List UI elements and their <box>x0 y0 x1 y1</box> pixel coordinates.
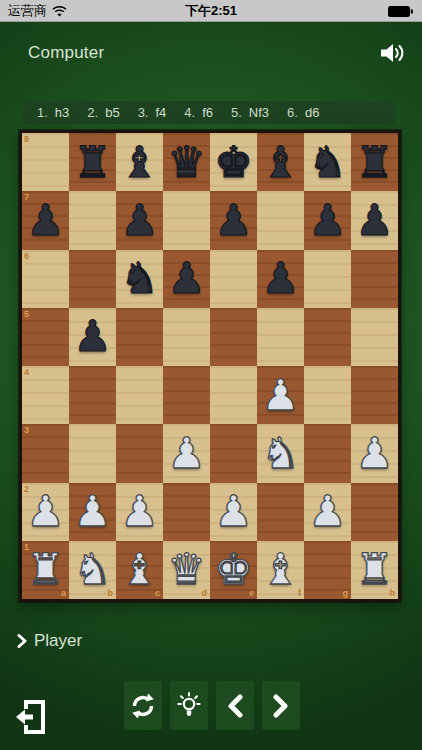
black-king-piece[interactable]: ♚ <box>210 133 257 191</box>
square-h1[interactable]: h♜ <box>351 541 398 599</box>
black-knight-piece[interactable]: ♞ <box>116 250 163 308</box>
clock: 下午2:51 <box>0 2 422 20</box>
black-rook-piece[interactable]: ♜ <box>351 133 398 191</box>
move-entry: 5.Nf3 <box>231 105 269 120</box>
square-g3[interactable] <box>304 424 351 482</box>
move-number: 5. <box>231 105 242 120</box>
player-row[interactable]: Player <box>17 630 82 652</box>
square-f7[interactable] <box>257 191 304 249</box>
lightbulb-icon <box>176 692 202 720</box>
square-a3[interactable]: 3 <box>22 424 69 482</box>
app-screen: 运营商 下午2:51 Computer <box>0 0 422 750</box>
move-number: 3. <box>138 105 149 120</box>
square-d3[interactable]: ♟ <box>163 424 210 482</box>
black-pawn-piece[interactable]: ♟ <box>351 191 398 249</box>
black-knight-piece[interactable]: ♞ <box>304 133 351 191</box>
square-c1[interactable]: c♝ <box>116 541 163 599</box>
chevron-right-icon <box>272 694 290 718</box>
square-b1[interactable]: b♞ <box>69 541 116 599</box>
move-entry: 4.f6 <box>184 105 213 120</box>
square-e2[interactable]: ♟ <box>210 483 257 541</box>
square-d5[interactable] <box>163 308 210 366</box>
rank-label: 3 <box>24 425 29 435</box>
square-e8[interactable]: ♚ <box>210 133 257 191</box>
move-number: 4. <box>184 105 195 120</box>
white-rook-piece[interactable]: ♜ <box>22 541 69 599</box>
black-pawn-piece[interactable]: ♟ <box>304 191 351 249</box>
square-e5[interactable] <box>210 308 257 366</box>
square-a1[interactable]: 1a♜ <box>22 541 69 599</box>
square-g8[interactable]: ♞ <box>304 133 351 191</box>
square-h8[interactable]: ♜ <box>351 133 398 191</box>
speaker-icon <box>380 42 410 64</box>
square-g2[interactable]: ♟ <box>304 483 351 541</box>
square-f6[interactable]: ♟ <box>257 250 304 308</box>
white-bishop-piece[interactable]: ♝ <box>257 541 304 599</box>
square-d8[interactable]: ♛ <box>163 133 210 191</box>
move-entry: 3.f4 <box>138 105 167 120</box>
back-button[interactable] <box>216 681 254 730</box>
square-f5[interactable] <box>257 308 304 366</box>
move-entry: 6.d6 <box>287 105 319 120</box>
square-b3[interactable] <box>69 424 116 482</box>
square-c7[interactable]: ♟ <box>116 191 163 249</box>
chevron-left-icon <box>226 694 244 718</box>
black-bishop-piece[interactable]: ♝ <box>257 133 304 191</box>
move-entry: 1.h3 <box>37 105 69 120</box>
battery-icon <box>388 6 413 17</box>
square-c3[interactable] <box>116 424 163 482</box>
square-c8[interactable]: ♝ <box>116 133 163 191</box>
square-c6[interactable]: ♞ <box>116 250 163 308</box>
move-number: 2. <box>87 105 98 120</box>
white-pawn-piece[interactable]: ♟ <box>69 483 116 541</box>
square-g7[interactable]: ♟ <box>304 191 351 249</box>
square-a4[interactable]: 4 <box>22 366 69 424</box>
black-queen-piece[interactable]: ♛ <box>163 133 210 191</box>
square-a5[interactable]: 5 <box>22 308 69 366</box>
black-pawn-piece[interactable]: ♟ <box>69 308 116 366</box>
white-pawn-piece[interactable]: ♟ <box>304 483 351 541</box>
square-e4[interactable] <box>210 366 257 424</box>
square-d4[interactable] <box>163 366 210 424</box>
square-e1[interactable]: e♚ <box>210 541 257 599</box>
square-e3[interactable] <box>210 424 257 482</box>
square-h6[interactable] <box>351 250 398 308</box>
white-pawn-piece[interactable]: ♟ <box>351 424 398 482</box>
square-f1[interactable]: f♝ <box>257 541 304 599</box>
square-a6[interactable]: 6 <box>22 250 69 308</box>
refresh-icon <box>130 693 156 719</box>
white-pawn-piece[interactable]: ♟ <box>210 483 257 541</box>
move-san: Nf3 <box>249 105 269 120</box>
move-entry: 2.b5 <box>87 105 119 120</box>
black-pawn-piece[interactable]: ♟ <box>163 250 210 308</box>
forward-button[interactable] <box>262 681 300 730</box>
white-knight-piece[interactable]: ♞ <box>69 541 116 599</box>
sound-button[interactable] <box>380 40 410 66</box>
black-pawn-piece[interactable]: ♟ <box>257 250 304 308</box>
square-c5[interactable] <box>116 308 163 366</box>
move-list: 1.h32.b53.f44.f65.Nf36.d6 <box>22 101 395 124</box>
square-d6[interactable]: ♟ <box>163 250 210 308</box>
header: Computer <box>0 40 422 68</box>
hint-button[interactable] <box>170 681 208 730</box>
square-g4[interactable] <box>304 366 351 424</box>
file-label: g <box>343 588 349 598</box>
square-b2[interactable]: ♟ <box>69 483 116 541</box>
square-g5[interactable] <box>304 308 351 366</box>
square-b6[interactable] <box>69 250 116 308</box>
move-san: d6 <box>305 105 319 120</box>
move-number: 1. <box>37 105 48 120</box>
square-d1[interactable]: d♛ <box>163 541 210 599</box>
white-knight-piece[interactable]: ♞ <box>257 424 304 482</box>
player-label: Player <box>34 631 82 651</box>
square-g1[interactable]: g <box>304 541 351 599</box>
white-queen-piece[interactable]: ♛ <box>163 541 210 599</box>
square-f8[interactable]: ♝ <box>257 133 304 191</box>
square-f2[interactable] <box>257 483 304 541</box>
white-pawn-piece[interactable]: ♟ <box>22 483 69 541</box>
white-bishop-piece[interactable]: ♝ <box>116 541 163 599</box>
black-pawn-piece[interactable]: ♟ <box>210 191 257 249</box>
black-pawn-piece[interactable]: ♟ <box>116 191 163 249</box>
square-a8[interactable]: 8 <box>22 133 69 191</box>
move-number: 6. <box>287 105 298 120</box>
white-pawn-piece[interactable]: ♟ <box>116 483 163 541</box>
black-bishop-piece[interactable]: ♝ <box>116 133 163 191</box>
rank-label: 4 <box>24 367 29 377</box>
rank-label: 8 <box>24 134 29 144</box>
square-h7[interactable]: ♟ <box>351 191 398 249</box>
square-d2[interactable] <box>163 483 210 541</box>
square-h2[interactable] <box>351 483 398 541</box>
move-san: f6 <box>202 105 213 120</box>
status-bar: 运营商 下午2:51 <box>0 0 422 22</box>
square-h4[interactable] <box>351 366 398 424</box>
square-h3[interactable]: ♟ <box>351 424 398 482</box>
square-b4[interactable] <box>69 366 116 424</box>
white-rook-piece[interactable]: ♜ <box>351 541 398 599</box>
square-b8[interactable]: ♜ <box>69 133 116 191</box>
rank-label: 5 <box>24 309 29 319</box>
exit-icon <box>14 697 48 737</box>
square-g6[interactable] <box>304 250 351 308</box>
square-d7[interactable] <box>163 191 210 249</box>
square-e6[interactable] <box>210 250 257 308</box>
move-san: f4 <box>155 105 166 120</box>
move-san: h3 <box>55 105 69 120</box>
opponent-label: Computer <box>28 43 104 63</box>
chess-board: 8♜♝♛♚♝♞♜7♟♟♟♟♟6♞♟♟5♟4♟3♟♞♟2♟♟♟♟♟1a♜b♞c♝d… <box>19 130 401 602</box>
square-h5[interactable] <box>351 308 398 366</box>
rank-label: 6 <box>24 251 29 261</box>
white-pawn-piece[interactable]: ♟ <box>163 424 210 482</box>
square-a7[interactable]: 7♟ <box>22 191 69 249</box>
square-c2[interactable]: ♟ <box>116 483 163 541</box>
chevron-right-icon <box>17 634 27 648</box>
square-a2[interactable]: 2♟ <box>22 483 69 541</box>
restart-button[interactable] <box>124 681 162 730</box>
black-rook-piece[interactable]: ♜ <box>69 133 116 191</box>
square-f4[interactable]: ♟ <box>257 366 304 424</box>
square-f3[interactable]: ♞ <box>257 424 304 482</box>
white-pawn-piece[interactable]: ♟ <box>257 366 304 424</box>
move-san: b5 <box>105 105 119 120</box>
exit-button[interactable] <box>14 697 48 737</box>
square-c4[interactable] <box>116 366 163 424</box>
square-e7[interactable]: ♟ <box>210 191 257 249</box>
black-pawn-piece[interactable]: ♟ <box>22 191 69 249</box>
white-king-piece[interactable]: ♚ <box>210 541 257 599</box>
square-b5[interactable]: ♟ <box>69 308 116 366</box>
square-b7[interactable] <box>69 191 116 249</box>
